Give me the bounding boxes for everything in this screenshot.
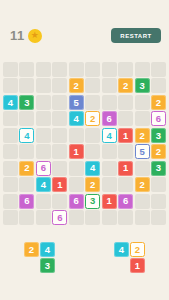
board-cell[interactable] (52, 144, 67, 159)
board-cell[interactable] (102, 62, 117, 77)
board-cell[interactable]: 6 (19, 194, 34, 209)
tray-slot (114, 258, 129, 273)
board-cell[interactable]: 6 (69, 194, 84, 209)
board-cell[interactable]: 2 (85, 111, 100, 126)
board-cell[interactable] (85, 95, 100, 110)
board-cell[interactable]: 1 (118, 161, 133, 176)
board-cell[interactable] (3, 161, 18, 176)
board-cell[interactable]: 4 (36, 177, 51, 192)
board-cell[interactable] (69, 210, 84, 225)
board-cell[interactable] (19, 111, 34, 126)
board-cell[interactable] (19, 144, 34, 159)
tile-solid-3: 3 (151, 161, 166, 176)
board-cell[interactable] (85, 78, 100, 93)
tile-open-3: 3 (85, 194, 100, 209)
board-cell[interactable] (151, 62, 166, 77)
tile-solid-6: 6 (102, 111, 117, 126)
board-cell[interactable] (135, 161, 150, 176)
board-cell[interactable] (52, 128, 67, 143)
board-cell[interactable] (135, 62, 150, 77)
board-cell[interactable]: 3 (151, 128, 166, 143)
board-cell[interactable] (69, 161, 84, 176)
board-cell[interactable] (19, 62, 34, 77)
tile-solid-2: 2 (151, 144, 166, 159)
tray-piece-tile-1[interactable]: 1 (130, 258, 145, 273)
board-cell[interactable]: 1 (102, 194, 117, 209)
board-cell[interactable] (19, 210, 34, 225)
tile-solid-2: 2 (151, 95, 166, 110)
tile-solid-2: 2 (19, 161, 34, 176)
board-cell[interactable] (36, 194, 51, 209)
tray-piece-tile-2[interactable]: 2 (130, 242, 145, 257)
tile-solid-1: 1 (52, 177, 67, 192)
board-cell[interactable] (118, 95, 133, 110)
board-cell[interactable]: 4 (102, 128, 117, 143)
board-cell[interactable]: 2 (69, 78, 84, 93)
board-cell[interactable] (3, 144, 18, 159)
coin-icon: ★ (28, 29, 42, 43)
board-cell[interactable] (3, 210, 18, 225)
tile-solid-2: 2 (135, 128, 150, 143)
board-cell[interactable] (3, 111, 18, 126)
board-cell[interactable] (52, 62, 67, 77)
board-cell[interactable] (36, 144, 51, 159)
board-cell[interactable]: 1 (52, 177, 67, 192)
board-cell[interactable] (85, 128, 100, 143)
board-cell[interactable]: 3 (135, 78, 150, 93)
tile-solid-2: 2 (118, 78, 133, 93)
tile-solid-6: 6 (19, 194, 34, 209)
board-cell[interactable] (102, 78, 117, 93)
tile-solid-2: 2 (69, 78, 84, 93)
board-cell[interactable] (69, 177, 84, 192)
tray-piece-tile-4[interactable]: 4 (114, 242, 129, 257)
next-piece-tray-right: 421 (114, 242, 145, 273)
board-cell[interactable]: 1 (69, 144, 84, 159)
board-cell[interactable] (69, 62, 84, 77)
tile-solid-6: 6 (118, 194, 133, 209)
board-cell[interactable] (36, 78, 51, 93)
tile-solid-1: 1 (118, 128, 133, 143)
board-cell[interactable] (85, 210, 100, 225)
board-cell[interactable]: 5 (135, 144, 150, 159)
tray-slot: 4 (40, 242, 55, 257)
board-cell[interactable]: 3 (85, 194, 100, 209)
board-cell[interactable] (135, 194, 150, 209)
tray-slot: 2 (24, 242, 39, 257)
board-cell[interactable] (135, 111, 150, 126)
board-cell[interactable] (102, 161, 117, 176)
board-cell[interactable] (3, 194, 18, 209)
board-cell[interactable] (102, 95, 117, 110)
tile-solid-4: 4 (85, 161, 100, 176)
board-cell[interactable] (36, 95, 51, 110)
board-cell[interactable]: 2 (151, 144, 166, 159)
board-cell[interactable] (135, 95, 150, 110)
tile-open-6: 6 (151, 111, 166, 126)
score-display: 11 ★ (10, 28, 42, 43)
tray-piece-tile-2[interactable]: 2 (24, 242, 39, 257)
board-cell[interactable] (36, 128, 51, 143)
next-piece-tray-left: 243 (24, 242, 55, 273)
board-cell[interactable]: 4 (85, 161, 100, 176)
board-cell[interactable]: 6 (36, 161, 51, 176)
tile-open-4: 4 (102, 128, 117, 143)
board-cell[interactable] (151, 78, 166, 93)
board-cell[interactable] (135, 210, 150, 225)
tile-solid-1: 1 (102, 194, 117, 209)
tile-solid-3: 3 (19, 95, 34, 110)
board-cell[interactable] (118, 62, 133, 77)
board-cell[interactable]: 2 (85, 177, 100, 192)
tile-solid-4: 4 (36, 177, 51, 192)
board-cell[interactable] (52, 111, 67, 126)
tile-solid-4: 4 (3, 95, 18, 110)
board-cell[interactable] (102, 210, 117, 225)
board-cell[interactable]: 6 (151, 111, 166, 126)
board-cell[interactable]: 4 (19, 128, 34, 143)
board-cell[interactable] (85, 62, 100, 77)
tile-open-4: 4 (19, 128, 34, 143)
board-cell[interactable]: 6 (52, 210, 67, 225)
star-icon: ★ (31, 31, 39, 40)
board-cell[interactable] (52, 95, 67, 110)
game-board: 2234352426644123152264134122663166 (3, 62, 166, 225)
tile-open-5: 5 (135, 144, 150, 159)
board-cell[interactable] (85, 144, 100, 159)
board-cell[interactable] (36, 62, 51, 77)
board-cell[interactable]: 4 (69, 111, 84, 126)
board-cell[interactable] (36, 210, 51, 225)
tile-solid-5: 5 (69, 95, 84, 110)
board-cell[interactable]: 6 (102, 111, 117, 126)
board-cell[interactable] (118, 111, 133, 126)
board-cell[interactable] (3, 62, 18, 77)
tile-solid-2: 2 (85, 177, 100, 192)
board-cell[interactable]: 3 (151, 161, 166, 176)
board-cell[interactable] (3, 78, 18, 93)
tray-slot (24, 258, 39, 273)
tray-piece-tile-3[interactable]: 3 (40, 258, 55, 273)
board-cell[interactable]: 3 (19, 95, 34, 110)
board-cell[interactable]: 2 (151, 95, 166, 110)
board-cell[interactable]: 6 (118, 194, 133, 209)
tile-open-2: 2 (85, 111, 100, 126)
board-cell[interactable] (118, 144, 133, 159)
board-cell[interactable]: 2 (135, 128, 150, 143)
tile-solid-2: 2 (135, 177, 150, 192)
board-cell[interactable] (3, 177, 18, 192)
board-cell[interactable] (3, 128, 18, 143)
score-value: 11 (10, 28, 25, 43)
board-cell[interactable] (19, 78, 34, 93)
board-cell[interactable] (36, 111, 51, 126)
tile-solid-3: 3 (151, 128, 166, 143)
tray-slot: 3 (40, 258, 55, 273)
board-cell[interactable]: 5 (69, 95, 84, 110)
tile-solid-4: 4 (69, 111, 84, 126)
header: 11 ★ RESTART (0, 0, 169, 58)
board-cell[interactable] (118, 210, 133, 225)
board-cell[interactable]: 2 (118, 78, 133, 93)
tray-slot: 4 (114, 242, 129, 257)
tile-solid-3: 3 (135, 78, 150, 93)
tile-open-6: 6 (36, 161, 51, 176)
tray-slot: 2 (130, 242, 145, 257)
board-cell[interactable] (19, 177, 34, 192)
board-cell[interactable] (69, 128, 84, 143)
board-cell[interactable] (102, 144, 117, 159)
board-cell[interactable]: 4 (3, 95, 18, 110)
board-cell[interactable] (151, 177, 166, 192)
tile-solid-1: 1 (69, 144, 84, 159)
board-cell[interactable]: 2 (19, 161, 34, 176)
board-cell[interactable] (151, 194, 166, 209)
tray-piece-tile-4[interactable]: 4 (40, 242, 55, 257)
board-cell[interactable] (151, 210, 166, 225)
board-cell[interactable] (118, 177, 133, 192)
board-cell[interactable] (52, 194, 67, 209)
tile-solid-6: 6 (69, 194, 84, 209)
restart-button[interactable]: RESTART (111, 28, 161, 43)
tray-slot: 1 (130, 258, 145, 273)
board-cell[interactable]: 2 (135, 177, 150, 192)
tile-solid-1: 1 (118, 161, 133, 176)
board-cell[interactable] (52, 78, 67, 93)
board-cell[interactable] (52, 161, 67, 176)
board-cell[interactable]: 1 (118, 128, 133, 143)
board-cell[interactable] (102, 177, 117, 192)
tile-open-6: 6 (52, 210, 67, 225)
